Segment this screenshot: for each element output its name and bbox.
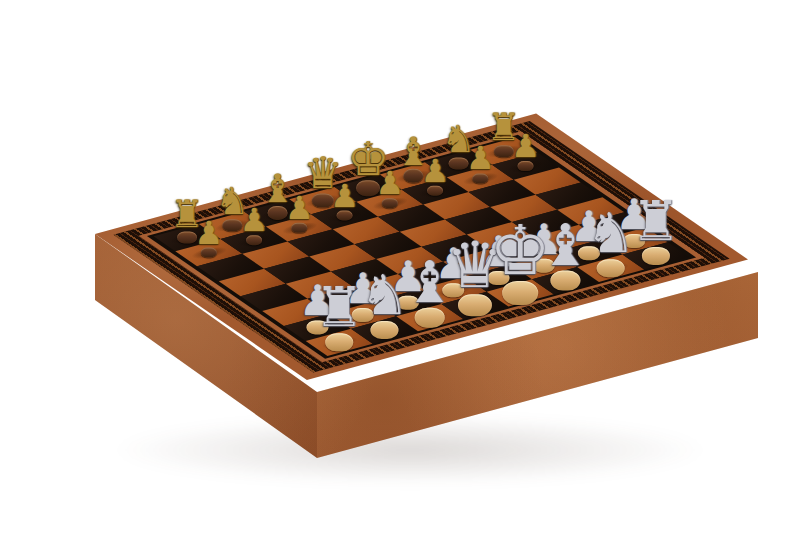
pawn-glyph: ♟ [466, 130, 586, 162]
rook-glyph: ♜ [596, 194, 716, 249]
chess-set-photo: Overhead-angle product photo of a Roman-… [0, 0, 800, 533]
